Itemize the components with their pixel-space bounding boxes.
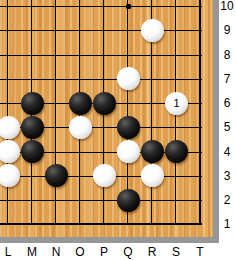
coord-label-col-S: S — [168, 245, 184, 259]
white-stone-P3[interactable] — [93, 164, 116, 187]
coord-label-col-O: O — [72, 245, 88, 259]
black-stone-M5[interactable] — [21, 116, 44, 139]
coord-label-row-1: 1 — [218, 217, 236, 231]
coord-label-row-2: 2 — [218, 193, 236, 207]
coord-label-col-L: L — [0, 245, 16, 259]
black-stone-O6[interactable] — [69, 92, 92, 115]
coord-label-row-4: 4 — [218, 145, 236, 159]
coord-label-col-M: M — [24, 245, 40, 259]
white-stone-O5[interactable] — [69, 116, 92, 139]
coord-label-row-9: 9 — [218, 23, 236, 37]
black-stone-M4[interactable] — [21, 140, 44, 163]
white-stone-R3[interactable] — [141, 164, 164, 187]
coord-label-row-8: 8 — [218, 48, 236, 62]
white-stone-L4[interactable] — [0, 140, 20, 163]
black-stone-R4[interactable] — [141, 140, 164, 163]
coord-label-row-10: 10 — [218, 0, 236, 13]
grid-line-row-2 — [0, 200, 202, 201]
white-stone-Q4[interactable] — [117, 140, 140, 163]
coord-label-col-R: R — [144, 245, 160, 259]
coord-label-row-3: 3 — [218, 169, 236, 183]
white-stone-R9[interactable] — [141, 19, 164, 42]
go-board[interactable]: 1 — [0, 0, 213, 237]
coord-label-col-N: N — [48, 245, 64, 259]
black-stone-P6[interactable] — [93, 92, 116, 115]
coord-label-row-6: 6 — [218, 96, 236, 110]
grid-line-row-1 — [0, 223, 202, 225]
coord-label-row-7: 7 — [218, 72, 236, 86]
board-frame-bottom — [0, 237, 219, 243]
grid-line-row-7 — [0, 79, 202, 80]
black-stone-M6[interactable] — [21, 92, 44, 115]
coord-label-col-Q: Q — [120, 245, 136, 259]
grid-line-col-T — [199, 0, 201, 225]
move-number-label: 1 — [173, 98, 179, 109]
grid-line-col-L — [7, 0, 8, 225]
coord-label-col-T: T — [192, 245, 208, 259]
white-stone-L5[interactable] — [0, 116, 20, 139]
black-stone-Q2[interactable] — [117, 189, 140, 212]
white-stone-Q7[interactable] — [117, 67, 140, 90]
coord-label-col-P: P — [96, 245, 112, 259]
black-stone-S4[interactable] — [165, 140, 188, 163]
grid-line-col-N — [55, 0, 56, 225]
go-diagram-page: 1 LMNOPQRST 10987654321 — [0, 0, 236, 260]
black-stone-Q5[interactable] — [117, 116, 140, 139]
star-point-Q10 — [126, 4, 131, 9]
grid-line-row-8 — [0, 55, 202, 56]
white-stone-S6[interactable]: 1 — [165, 92, 188, 115]
grid-line-row-10 — [0, 6, 202, 7]
grid-line-row-9 — [0, 30, 202, 31]
white-stone-L3[interactable] — [0, 164, 20, 187]
coord-label-row-5: 5 — [218, 120, 236, 134]
black-stone-N3[interactable] — [45, 164, 68, 187]
